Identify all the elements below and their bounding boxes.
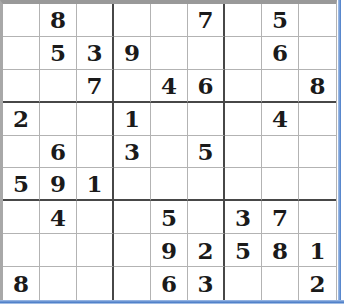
cell-r7c9[interactable] [299,201,336,234]
cell-r1c9[interactable] [299,4,336,37]
cell-r9c8[interactable] [262,267,299,300]
cell-r9c1[interactable]: 8 [3,267,40,300]
cell-r9c7[interactable] [225,267,262,300]
cell-r4c8[interactable]: 4 [262,103,299,136]
cell-r3c4[interactable] [114,70,151,103]
cell-r8c7[interactable]: 5 [225,234,262,267]
cell-r5c7[interactable] [225,136,262,169]
cell-r7c5[interactable]: 5 [151,201,188,234]
cell-r8c4[interactable] [114,234,151,267]
cell-r7c4[interactable] [114,201,151,234]
cell-r6c4[interactable] [114,168,151,201]
cell-r1c3[interactable] [77,4,114,37]
cell-r9c5[interactable]: 6 [151,267,188,300]
cell-r7c7[interactable]: 3 [225,201,262,234]
cell-r2c4[interactable]: 9 [114,37,151,70]
cell-r8c9[interactable]: 1 [299,234,336,267]
cell-r9c3[interactable] [77,267,114,300]
cell-r7c2[interactable]: 4 [40,201,77,234]
cell-r6c2[interactable]: 9 [40,168,77,201]
cell-r3c6[interactable]: 6 [188,70,225,103]
cell-r6c1[interactable]: 5 [3,168,40,201]
cell-r5c1[interactable] [3,136,40,169]
cell-r1c4[interactable] [114,4,151,37]
cell-r2c8[interactable]: 6 [262,37,299,70]
cell-r4c3[interactable] [77,103,114,136]
cell-r4c7[interactable] [225,103,262,136]
cell-r1c1[interactable] [3,4,40,37]
cell-r8c8[interactable]: 8 [262,234,299,267]
window-edge-bottom [0,300,344,304]
cell-r8c1[interactable] [3,234,40,267]
cell-r3c1[interactable] [3,70,40,103]
cell-r2c1[interactable] [3,37,40,70]
cell-r6c6[interactable] [188,168,225,201]
cell-r7c8[interactable]: 7 [262,201,299,234]
window-edge-right [338,0,341,304]
cell-r2c2[interactable]: 5 [40,37,77,70]
cell-r3c8[interactable] [262,70,299,103]
cell-r9c9[interactable]: 2 [299,267,336,300]
cell-r5c9[interactable] [299,136,336,169]
cell-r3c7[interactable] [225,70,262,103]
cell-r4c1[interactable]: 2 [3,103,40,136]
cell-r1c2[interactable]: 8 [40,4,77,37]
cell-r5c3[interactable] [77,136,114,169]
sudoku-grid: 875539674682146355914537925818632 [3,4,336,300]
cell-r3c3[interactable]: 7 [77,70,114,103]
cell-r6c7[interactable] [225,168,262,201]
cell-r9c6[interactable]: 3 [188,267,225,300]
cell-r4c6[interactable] [188,103,225,136]
cell-r3c9[interactable]: 8 [299,70,336,103]
cell-r1c5[interactable] [151,4,188,37]
sudoku-board: 875539674682146355914537925818632 [0,0,337,301]
cell-r5c6[interactable]: 5 [188,136,225,169]
cell-r5c8[interactable] [262,136,299,169]
cell-r8c2[interactable] [40,234,77,267]
cell-r8c3[interactable] [77,234,114,267]
cell-r9c2[interactable] [40,267,77,300]
cell-r3c5[interactable]: 4 [151,70,188,103]
cell-r6c9[interactable] [299,168,336,201]
cell-r6c3[interactable]: 1 [77,168,114,201]
cell-r2c6[interactable] [188,37,225,70]
cell-r3c2[interactable] [40,70,77,103]
cell-r5c5[interactable] [151,136,188,169]
cell-r6c8[interactable] [262,168,299,201]
cell-r7c3[interactable] [77,201,114,234]
cell-r1c6[interactable]: 7 [188,4,225,37]
cell-r2c5[interactable] [151,37,188,70]
cell-r2c9[interactable] [299,37,336,70]
cell-r4c4[interactable]: 1 [114,103,151,136]
cell-r4c2[interactable] [40,103,77,136]
cell-r8c6[interactable]: 2 [188,234,225,267]
cell-r7c6[interactable] [188,201,225,234]
cell-r6c5[interactable] [151,168,188,201]
cell-r4c9[interactable] [299,103,336,136]
cell-r4c5[interactable] [151,103,188,136]
cell-r2c3[interactable]: 3 [77,37,114,70]
cell-r5c4[interactable]: 3 [114,136,151,169]
cell-r2c7[interactable] [225,37,262,70]
cell-r5c2[interactable]: 6 [40,136,77,169]
cell-r8c5[interactable]: 9 [151,234,188,267]
cell-r7c1[interactable] [3,201,40,234]
cell-r1c8[interactable]: 5 [262,4,299,37]
cell-r1c7[interactable] [225,4,262,37]
cell-r9c4[interactable] [114,267,151,300]
